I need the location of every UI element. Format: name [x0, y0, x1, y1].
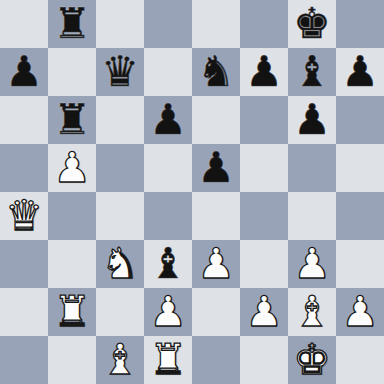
square-h5[interactable] [336, 144, 384, 192]
square-a2[interactable] [0, 288, 48, 336]
square-h2[interactable]: ♟ [336, 288, 384, 336]
square-h7[interactable]: ♟ [336, 48, 384, 96]
black-queen[interactable]: ♛ [96, 48, 144, 96]
square-b7[interactable] [48, 48, 96, 96]
square-h4[interactable] [336, 192, 384, 240]
square-d7[interactable] [144, 48, 192, 96]
square-f7[interactable]: ♟ [240, 48, 288, 96]
black-pawn[interactable]: ♟ [192, 144, 240, 192]
square-d8[interactable] [144, 0, 192, 48]
square-e6[interactable] [192, 96, 240, 144]
square-b3[interactable] [48, 240, 96, 288]
square-d6[interactable]: ♟ [144, 96, 192, 144]
square-g4[interactable] [288, 192, 336, 240]
black-rook[interactable]: ♜ [48, 0, 96, 48]
black-king[interactable]: ♚ [288, 0, 336, 48]
square-f6[interactable] [240, 96, 288, 144]
white-rook[interactable]: ♜ [144, 336, 192, 384]
square-a7[interactable]: ♟ [0, 48, 48, 96]
square-e1[interactable] [192, 336, 240, 384]
black-bishop[interactable]: ♝ [144, 240, 192, 288]
square-e2[interactable] [192, 288, 240, 336]
square-e8[interactable] [192, 0, 240, 48]
square-b8[interactable]: ♜ [48, 0, 96, 48]
white-pawn[interactable]: ♟ [48, 144, 96, 192]
black-knight[interactable]: ♞ [192, 48, 240, 96]
square-d1[interactable]: ♜ [144, 336, 192, 384]
square-c5[interactable] [96, 144, 144, 192]
white-king[interactable]: ♚ [288, 336, 336, 384]
black-pawn[interactable]: ♟ [288, 96, 336, 144]
square-g7[interactable]: ♝ [288, 48, 336, 96]
square-b4[interactable] [48, 192, 96, 240]
square-f8[interactable] [240, 0, 288, 48]
square-a8[interactable] [0, 0, 48, 48]
square-f2[interactable]: ♟ [240, 288, 288, 336]
square-d3[interactable]: ♝ [144, 240, 192, 288]
black-pawn[interactable]: ♟ [336, 48, 384, 96]
square-h1[interactable] [336, 336, 384, 384]
white-pawn[interactable]: ♟ [192, 240, 240, 288]
square-f4[interactable] [240, 192, 288, 240]
black-pawn[interactable]: ♟ [240, 48, 288, 96]
square-c8[interactable] [96, 0, 144, 48]
square-e4[interactable] [192, 192, 240, 240]
square-f5[interactable] [240, 144, 288, 192]
square-d5[interactable] [144, 144, 192, 192]
white-bishop[interactable]: ♝ [96, 336, 144, 384]
black-bishop[interactable]: ♝ [288, 48, 336, 96]
square-a3[interactable] [0, 240, 48, 288]
square-c1[interactable]: ♝ [96, 336, 144, 384]
square-c2[interactable] [96, 288, 144, 336]
white-rook[interactable]: ♜ [48, 288, 96, 336]
square-g8[interactable]: ♚ [288, 0, 336, 48]
square-c6[interactable] [96, 96, 144, 144]
square-b6[interactable]: ♜ [48, 96, 96, 144]
white-queen[interactable]: ♛ [0, 192, 48, 240]
white-pawn[interactable]: ♟ [288, 240, 336, 288]
square-c3[interactable]: ♞ [96, 240, 144, 288]
square-b5[interactable]: ♟ [48, 144, 96, 192]
square-g3[interactable]: ♟ [288, 240, 336, 288]
square-a6[interactable] [0, 96, 48, 144]
white-pawn[interactable]: ♟ [240, 288, 288, 336]
square-f1[interactable] [240, 336, 288, 384]
square-b1[interactable] [48, 336, 96, 384]
white-knight[interactable]: ♞ [96, 240, 144, 288]
square-c7[interactable]: ♛ [96, 48, 144, 96]
square-d4[interactable] [144, 192, 192, 240]
white-pawn[interactable]: ♟ [144, 288, 192, 336]
square-a1[interactable] [0, 336, 48, 384]
chess-board: ♜♚♟♛♞♟♝♟♜♟♟♟♟♛♞♝♟♟♜♟♟♝♟♝♜♚ [0, 0, 384, 384]
square-a5[interactable] [0, 144, 48, 192]
square-h3[interactable] [336, 240, 384, 288]
square-g2[interactable]: ♝ [288, 288, 336, 336]
square-b2[interactable]: ♜ [48, 288, 96, 336]
black-pawn[interactable]: ♟ [144, 96, 192, 144]
white-pawn[interactable]: ♟ [336, 288, 384, 336]
square-e7[interactable]: ♞ [192, 48, 240, 96]
black-pawn[interactable]: ♟ [0, 48, 48, 96]
white-bishop[interactable]: ♝ [288, 288, 336, 336]
square-d2[interactable]: ♟ [144, 288, 192, 336]
square-a4[interactable]: ♛ [0, 192, 48, 240]
square-g5[interactable] [288, 144, 336, 192]
square-g1[interactable]: ♚ [288, 336, 336, 384]
square-h8[interactable] [336, 0, 384, 48]
square-g6[interactable]: ♟ [288, 96, 336, 144]
black-rook[interactable]: ♜ [48, 96, 96, 144]
square-c4[interactable] [96, 192, 144, 240]
square-h6[interactable] [336, 96, 384, 144]
square-f3[interactable] [240, 240, 288, 288]
square-e5[interactable]: ♟ [192, 144, 240, 192]
square-e3[interactable]: ♟ [192, 240, 240, 288]
